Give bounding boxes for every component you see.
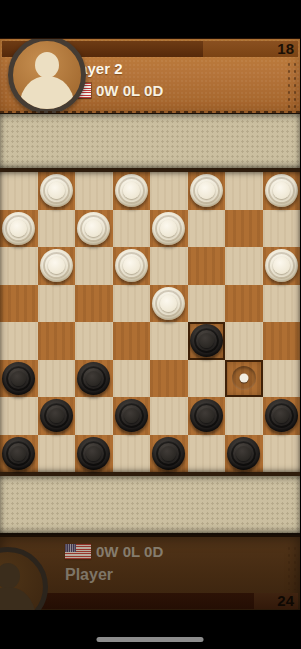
avatar-person-icon bbox=[0, 563, 20, 589]
square-r5c1[interactable] bbox=[0, 322, 38, 360]
square-r4c4[interactable] bbox=[113, 285, 151, 323]
piece-cap bbox=[85, 220, 102, 237]
piece-cap bbox=[124, 408, 139, 423]
black-checker-piece[interactable] bbox=[77, 362, 110, 395]
flag-canton bbox=[65, 544, 76, 552]
white-checker-piece[interactable] bbox=[2, 212, 35, 245]
white-checker-piece[interactable] bbox=[40, 249, 73, 282]
square-r2c6[interactable] bbox=[188, 210, 226, 248]
bottom-timer-value: 24 bbox=[277, 593, 294, 609]
black-checker-piece[interactable] bbox=[190, 399, 223, 432]
square-r3c8[interactable] bbox=[263, 247, 301, 285]
black-checker-piece[interactable] bbox=[152, 437, 185, 470]
square-r7c3[interactable] bbox=[75, 397, 113, 435]
square-r2c2[interactable] bbox=[38, 210, 76, 248]
bottom-player-record-row: 0W 0L 0D bbox=[65, 543, 163, 560]
white-checker-piece[interactable] bbox=[152, 287, 185, 320]
piece-cap bbox=[273, 257, 290, 274]
square-r5c6[interactable] bbox=[188, 322, 226, 360]
square-r3c6[interactable] bbox=[188, 247, 226, 285]
square-r1c3[interactable] bbox=[75, 172, 113, 210]
square-r2c8[interactable] bbox=[263, 210, 301, 248]
square-r6c5[interactable] bbox=[150, 360, 188, 398]
square-r8c4[interactable] bbox=[113, 435, 151, 473]
avatar-person-icon bbox=[35, 52, 59, 78]
fabric-strip-top bbox=[0, 113, 300, 172]
piece-cap bbox=[273, 182, 290, 199]
piece-cap bbox=[123, 257, 140, 274]
black-checker-piece[interactable] bbox=[77, 437, 110, 470]
square-r5c3[interactable] bbox=[75, 322, 113, 360]
top-player-banner: 18 Player 2 0W 0L 0D bbox=[0, 38, 300, 114]
avatar-person-icon bbox=[20, 76, 74, 110]
square-r1c4[interactable] bbox=[113, 172, 151, 210]
avatar-person-icon bbox=[0, 587, 35, 610]
white-checker-piece[interactable] bbox=[152, 212, 185, 245]
white-checker-piece[interactable] bbox=[115, 249, 148, 282]
black-checker-piece[interactable] bbox=[2, 362, 35, 395]
move-hint-dot bbox=[239, 374, 248, 383]
app-screen: 18 Player 2 0W 0L 0D 0W 0L 0D Player 24 bbox=[0, 0, 300, 649]
top-timer-value: 18 bbox=[277, 41, 294, 57]
square-r3c4[interactable] bbox=[113, 247, 151, 285]
square-r8c7[interactable] bbox=[225, 435, 263, 473]
piece-cap bbox=[160, 220, 177, 237]
piece-cap bbox=[198, 182, 215, 199]
piece-cap bbox=[11, 446, 26, 461]
square-r1c7[interactable] bbox=[225, 172, 263, 210]
square-r4c7[interactable] bbox=[225, 285, 263, 323]
piece-cap bbox=[86, 446, 101, 461]
piece-cap bbox=[86, 371, 101, 386]
square-r7c1[interactable] bbox=[0, 397, 38, 435]
square-r7c6[interactable] bbox=[188, 397, 226, 435]
bottom-player-name: Player bbox=[65, 566, 113, 584]
black-checker-piece[interactable] bbox=[190, 324, 223, 357]
square-r4c1[interactable] bbox=[0, 285, 38, 323]
square-r4c5[interactable] bbox=[150, 285, 188, 323]
square-r8c3[interactable] bbox=[75, 435, 113, 473]
square-r8c1[interactable] bbox=[0, 435, 38, 473]
piece-cap bbox=[160, 295, 177, 312]
square-r8c2[interactable] bbox=[38, 435, 76, 473]
square-r3c1[interactable] bbox=[0, 247, 38, 285]
white-checker-piece[interactable] bbox=[40, 174, 73, 207]
square-r7c7[interactable] bbox=[225, 397, 263, 435]
square-r6c2[interactable] bbox=[38, 360, 76, 398]
square-r5c8[interactable] bbox=[263, 322, 301, 360]
black-checker-piece[interactable] bbox=[40, 399, 73, 432]
white-checker-piece[interactable] bbox=[190, 174, 223, 207]
piece-cap bbox=[236, 446, 251, 461]
stitch-dots bbox=[286, 61, 298, 108]
home-indicator[interactable] bbox=[97, 637, 204, 642]
square-r7c5[interactable] bbox=[150, 397, 188, 435]
square-r1c2[interactable] bbox=[38, 172, 76, 210]
piece-cap bbox=[48, 257, 65, 274]
white-checker-piece[interactable] bbox=[115, 174, 148, 207]
piece-cap bbox=[49, 408, 64, 423]
square-r4c3[interactable] bbox=[75, 285, 113, 323]
square-r3c5[interactable] bbox=[150, 247, 188, 285]
square-r5c2[interactable] bbox=[38, 322, 76, 360]
piece-cap bbox=[123, 182, 140, 199]
piece-cap bbox=[199, 408, 214, 423]
black-checker-piece[interactable] bbox=[115, 399, 148, 432]
square-r2c5[interactable] bbox=[150, 210, 188, 248]
white-checker-piece[interactable] bbox=[265, 174, 298, 207]
square-r5c5[interactable] bbox=[150, 322, 188, 360]
square-r3c7[interactable] bbox=[225, 247, 263, 285]
square-r6c1[interactable] bbox=[0, 360, 38, 398]
white-checker-piece[interactable] bbox=[265, 249, 298, 282]
black-checker-piece[interactable] bbox=[265, 399, 298, 432]
square-r6c4[interactable] bbox=[113, 360, 151, 398]
white-checker-piece[interactable] bbox=[77, 212, 110, 245]
square-r3c2[interactable] bbox=[38, 247, 76, 285]
square-r6c3[interactable] bbox=[75, 360, 113, 398]
square-r2c7[interactable] bbox=[225, 210, 263, 248]
piece-cap bbox=[161, 446, 176, 461]
square-r8c6[interactable] bbox=[188, 435, 226, 473]
square-r1c5[interactable] bbox=[150, 172, 188, 210]
square-r2c1[interactable] bbox=[0, 210, 38, 248]
square-r8c5[interactable] bbox=[150, 435, 188, 473]
square-r6c8[interactable] bbox=[263, 360, 301, 398]
square-r4c6[interactable] bbox=[188, 285, 226, 323]
square-r6c6[interactable] bbox=[188, 360, 226, 398]
square-r4c8[interactable] bbox=[263, 285, 301, 323]
square-r1c1[interactable] bbox=[0, 172, 38, 210]
square-r3c3[interactable] bbox=[75, 247, 113, 285]
bottom-player-record: 0W 0L 0D bbox=[96, 543, 163, 560]
bottom-player-banner: 0W 0L 0D Player 24 bbox=[0, 535, 300, 610]
square-r1c8[interactable] bbox=[263, 172, 301, 210]
square-r7c8[interactable] bbox=[263, 397, 301, 435]
top-player-avatar bbox=[8, 38, 86, 114]
stitch-dots bbox=[286, 545, 298, 590]
square-r6c7[interactable] bbox=[225, 360, 263, 398]
piece-cap bbox=[274, 408, 289, 423]
board-grid bbox=[0, 172, 300, 472]
black-checker-piece[interactable] bbox=[227, 437, 260, 470]
piece-cap bbox=[11, 371, 26, 386]
square-r8c8[interactable] bbox=[263, 435, 301, 473]
fabric-strip-bottom bbox=[0, 472, 300, 535]
square-r2c4[interactable] bbox=[113, 210, 151, 248]
piece-cap bbox=[199, 333, 214, 348]
square-r2c3[interactable] bbox=[75, 210, 113, 248]
bottom-player-avatar bbox=[0, 547, 48, 610]
square-r7c2[interactable] bbox=[38, 397, 76, 435]
us-flag-icon bbox=[65, 544, 91, 559]
piece-cap bbox=[10, 220, 27, 237]
top-player-record: 0W 0L 0D bbox=[96, 82, 163, 99]
square-r5c7[interactable] bbox=[225, 322, 263, 360]
black-checker-piece[interactable] bbox=[2, 437, 35, 470]
square-r1c6[interactable] bbox=[188, 172, 226, 210]
square-r4c2[interactable] bbox=[38, 285, 76, 323]
piece-cap bbox=[48, 182, 65, 199]
square-r5c4[interactable] bbox=[113, 322, 151, 360]
square-r7c4[interactable] bbox=[113, 397, 151, 435]
